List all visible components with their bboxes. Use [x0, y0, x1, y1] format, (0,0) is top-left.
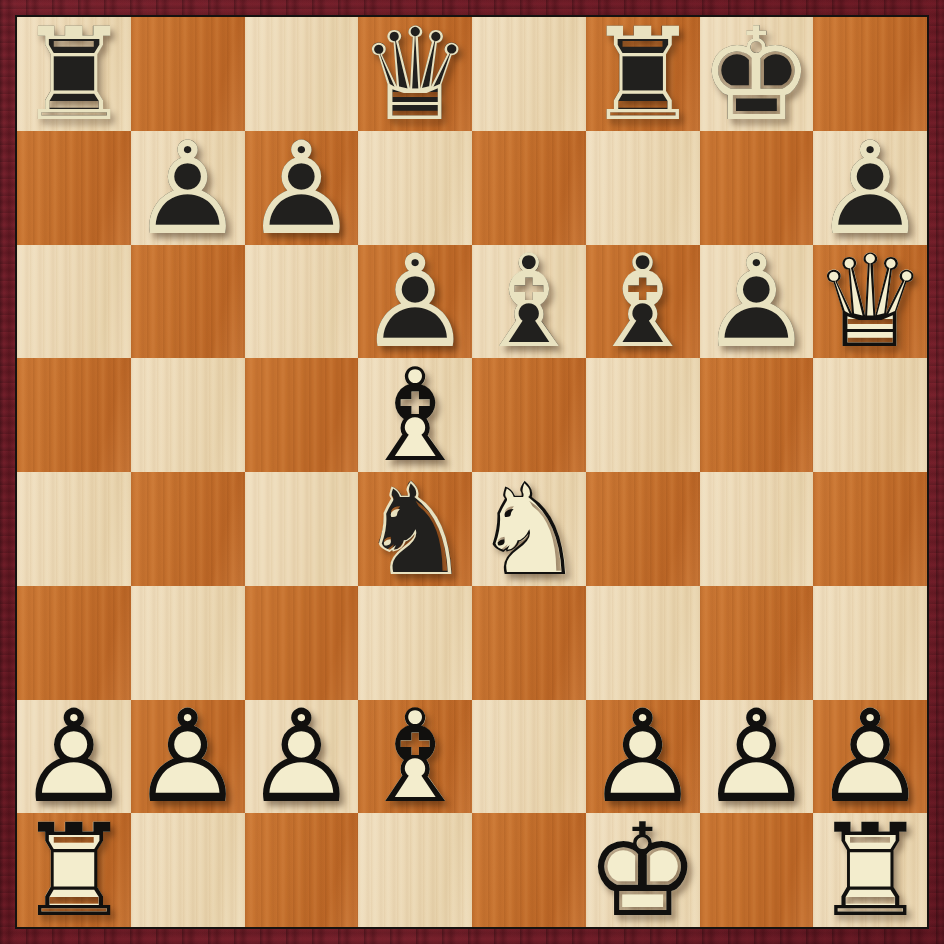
square-g5[interactable] [700, 358, 814, 472]
piece-black-bishop: ♝♗ [472, 245, 586, 359]
square-h5[interactable] [813, 358, 927, 472]
chess-board-frame: ♜♖♛♕♜♖♚♔♟♙♟♙♟♙♟♙♝♗♝♗♟♙♛♕♝♗♞♘♞♘♟♙♟♙♟♙♝♗♟♙… [0, 0, 944, 944]
square-b7[interactable]: ♟♙ [131, 131, 245, 245]
piece-black-queen: ♛♕ [358, 17, 472, 131]
square-e1[interactable] [472, 813, 586, 927]
square-d2[interactable]: ♝♗ [358, 700, 472, 814]
white-knight-icon-outline: ♘ [472, 466, 587, 594]
white-pawn-icon-outline: ♙ [699, 693, 814, 821]
square-e4[interactable]: ♞♘ [472, 472, 586, 586]
piece-white-king: ♚♔ [586, 813, 700, 927]
square-e2[interactable] [472, 700, 586, 814]
piece-black-rook: ♜♖ [586, 17, 700, 131]
piece-black-knight: ♞♘ [358, 472, 472, 586]
square-c6[interactable] [245, 245, 359, 359]
square-b6[interactable] [131, 245, 245, 359]
square-g1[interactable] [700, 813, 814, 927]
black-rook-icon-outline: ♖ [17, 11, 132, 139]
white-rook-icon-outline: ♖ [17, 807, 132, 935]
piece-black-pawn: ♟♙ [700, 245, 814, 359]
square-d4[interactable]: ♞♘ [358, 472, 472, 586]
square-f6[interactable]: ♝♗ [586, 245, 700, 359]
black-pawn-icon-outline: ♙ [699, 238, 814, 366]
square-e3[interactable] [472, 586, 586, 700]
white-king-icon-outline: ♔ [585, 807, 700, 935]
square-d1[interactable] [358, 813, 472, 927]
piece-white-bishop: ♝♗ [358, 700, 472, 814]
black-knight-icon-outline: ♘ [358, 466, 473, 594]
square-a8[interactable]: ♜♖ [17, 17, 131, 131]
square-c4[interactable] [245, 472, 359, 586]
piece-black-rook: ♜♖ [17, 17, 131, 131]
square-g4[interactable] [700, 472, 814, 586]
square-f5[interactable] [586, 358, 700, 472]
piece-white-pawn: ♟♙ [700, 700, 814, 814]
square-c1[interactable] [245, 813, 359, 927]
square-e6[interactable]: ♝♗ [472, 245, 586, 359]
piece-white-pawn: ♟♙ [245, 700, 359, 814]
piece-white-queen: ♛♕ [813, 245, 927, 359]
square-c2[interactable]: ♟♙ [245, 700, 359, 814]
square-f4[interactable] [586, 472, 700, 586]
black-king-icon-outline: ♔ [699, 11, 814, 139]
square-f8[interactable]: ♜♖ [586, 17, 700, 131]
black-queen-icon-outline: ♕ [358, 11, 473, 139]
square-h4[interactable] [813, 472, 927, 586]
white-queen-icon-outline: ♕ [813, 238, 928, 366]
black-bishop-icon-outline: ♗ [472, 238, 587, 366]
square-b1[interactable] [131, 813, 245, 927]
square-c5[interactable] [245, 358, 359, 472]
square-b4[interactable] [131, 472, 245, 586]
square-d8[interactable]: ♛♕ [358, 17, 472, 131]
black-bishop-icon-outline: ♗ [585, 238, 700, 366]
chess-board: ♜♖♛♕♜♖♚♔♟♙♟♙♟♙♟♙♝♗♝♗♟♙♛♕♝♗♞♘♞♘♟♙♟♙♟♙♝♗♟♙… [15, 15, 929, 929]
square-g8[interactable]: ♚♔ [700, 17, 814, 131]
square-a5[interactable] [17, 358, 131, 472]
square-h1[interactable]: ♜♖ [813, 813, 927, 927]
piece-black-bishop: ♝♗ [586, 245, 700, 359]
white-bishop-icon-outline: ♗ [358, 693, 473, 821]
white-pawn-icon-outline: ♙ [130, 693, 245, 821]
black-rook-icon-outline: ♖ [585, 11, 700, 139]
piece-black-pawn: ♟♙ [131, 131, 245, 245]
piece-white-rook: ♜♖ [17, 813, 131, 927]
piece-white-knight: ♞♘ [472, 472, 586, 586]
square-g6[interactable]: ♟♙ [700, 245, 814, 359]
square-g2[interactable]: ♟♙ [700, 700, 814, 814]
square-b2[interactable]: ♟♙ [131, 700, 245, 814]
square-c7[interactable]: ♟♙ [245, 131, 359, 245]
piece-white-pawn: ♟♙ [131, 700, 245, 814]
white-pawn-icon-outline: ♙ [244, 693, 359, 821]
piece-white-rook: ♜♖ [813, 813, 927, 927]
square-b5[interactable] [131, 358, 245, 472]
black-pawn-icon-outline: ♙ [244, 125, 359, 253]
square-a4[interactable] [17, 472, 131, 586]
square-a7[interactable] [17, 131, 131, 245]
piece-black-king: ♚♔ [700, 17, 814, 131]
square-h6[interactable]: ♛♕ [813, 245, 927, 359]
square-e8[interactable] [472, 17, 586, 131]
white-rook-icon-outline: ♖ [813, 807, 928, 935]
piece-black-pawn: ♟♙ [245, 131, 359, 245]
square-f1[interactable]: ♚♔ [586, 813, 700, 927]
square-a1[interactable]: ♜♖ [17, 813, 131, 927]
square-a6[interactable] [17, 245, 131, 359]
black-pawn-icon-outline: ♙ [130, 125, 245, 253]
